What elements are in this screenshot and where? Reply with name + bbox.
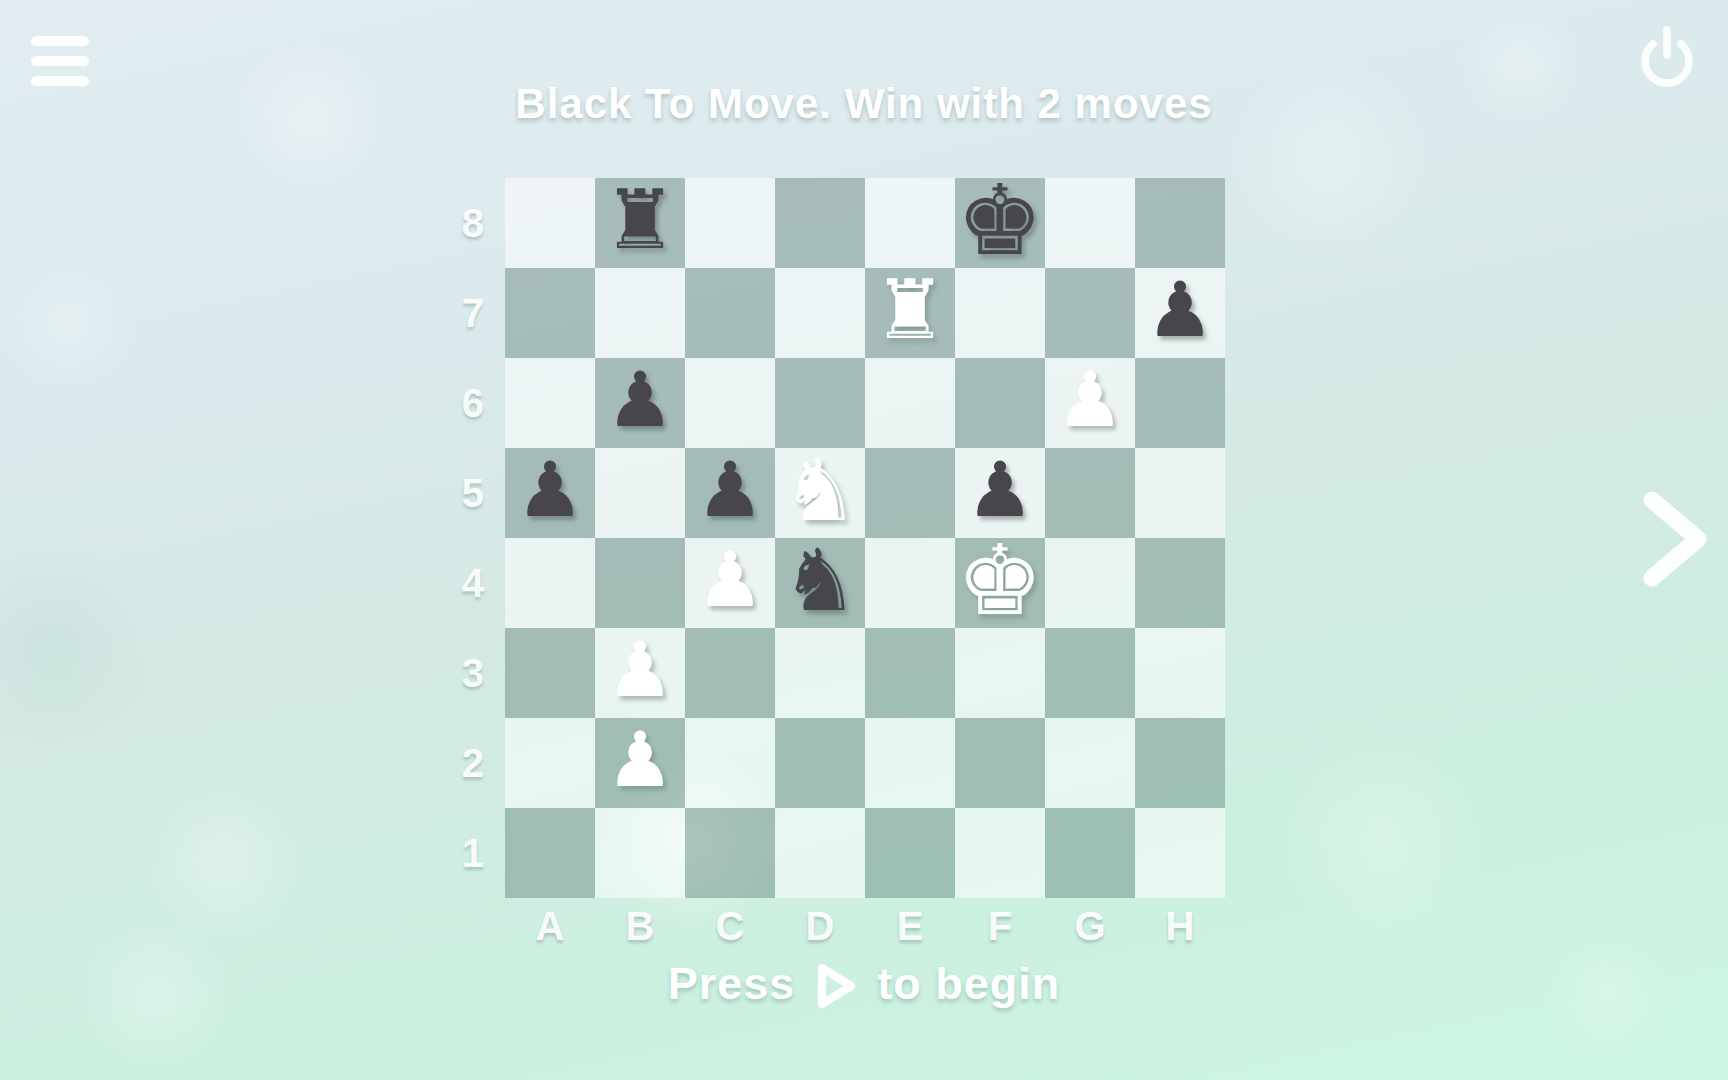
black-pawn-f5[interactable]: ♟ [966, 452, 1034, 528]
square-h4[interactable] [1135, 538, 1225, 628]
square-g2[interactable] [1045, 718, 1135, 808]
begin-hint: Press to begin [0, 958, 1728, 1010]
square-e6[interactable] [865, 358, 955, 448]
square-e5[interactable] [865, 448, 955, 538]
square-f3[interactable] [955, 628, 1045, 718]
rank-label-4: 4 [414, 538, 484, 628]
black-knight-d4[interactable]: ♞ [781, 537, 858, 623]
square-g6[interactable]: ♟ [1045, 358, 1135, 448]
black-pawn-a5[interactable]: ♟ [516, 452, 584, 528]
rank-label-7: 7 [414, 268, 484, 358]
white-pawn-g6[interactable]: ♟ [1056, 362, 1124, 438]
square-c4[interactable]: ♟ [685, 538, 775, 628]
rank-label-1: 1 [414, 808, 484, 898]
rank-label-2: 2 [414, 718, 484, 808]
black-king-f8[interactable]: ♚ [957, 172, 1044, 269]
square-b1[interactable] [595, 808, 685, 898]
file-label-d: D [775, 898, 865, 954]
hint-suffix: to begin [877, 958, 1060, 1010]
square-f2[interactable] [955, 718, 1045, 808]
square-h8[interactable] [1135, 178, 1225, 268]
hamburger-icon [31, 36, 89, 46]
square-f4[interactable]: ♚ [955, 538, 1045, 628]
square-h3[interactable] [1135, 628, 1225, 718]
puzzle-title: Black To Move. Win with 2 moves [0, 80, 1728, 128]
square-c3[interactable] [685, 628, 775, 718]
black-pawn-h7[interactable]: ♟ [1146, 272, 1214, 348]
rank-label-8: 8 [414, 178, 484, 268]
square-h5[interactable] [1135, 448, 1225, 538]
hint-prefix: Press [668, 958, 796, 1010]
square-b5[interactable] [595, 448, 685, 538]
square-g5[interactable] [1045, 448, 1135, 538]
square-a2[interactable] [505, 718, 595, 808]
square-a7[interactable] [505, 268, 595, 358]
file-label-c: C [685, 898, 775, 954]
square-b6[interactable]: ♟ [595, 358, 685, 448]
file-label-b: B [595, 898, 685, 954]
square-e2[interactable] [865, 718, 955, 808]
rank-label-6: 6 [414, 358, 484, 448]
square-g3[interactable] [1045, 628, 1135, 718]
rank-labels: 87654321 [414, 178, 484, 898]
square-c8[interactable] [685, 178, 775, 268]
white-rook-e7[interactable]: ♜ [873, 269, 947, 351]
square-e3[interactable] [865, 628, 955, 718]
square-g8[interactable] [1045, 178, 1135, 268]
square-d7[interactable] [775, 268, 865, 358]
black-pawn-b6[interactable]: ♟ [606, 362, 674, 438]
chess-board: ♜♚♜♟♟♟♟♟♞♟♟♞♚♟♟ [505, 178, 1225, 898]
square-h1[interactable] [1135, 808, 1225, 898]
chevron-right-icon [1640, 490, 1714, 588]
square-f1[interactable] [955, 808, 1045, 898]
file-label-a: A [505, 898, 595, 954]
white-pawn-b2[interactable]: ♟ [606, 722, 674, 798]
square-c6[interactable] [685, 358, 775, 448]
square-c5[interactable]: ♟ [685, 448, 775, 538]
next-button[interactable] [1640, 490, 1714, 588]
square-a8[interactable] [505, 178, 595, 268]
black-pawn-c5[interactable]: ♟ [696, 452, 764, 528]
square-b7[interactable] [595, 268, 685, 358]
square-d1[interactable] [775, 808, 865, 898]
square-e4[interactable] [865, 538, 955, 628]
game-screen: Black To Move. Win with 2 moves 87654321… [0, 0, 1728, 1080]
file-label-f: F [955, 898, 1045, 954]
square-d4[interactable]: ♞ [775, 538, 865, 628]
square-g1[interactable] [1045, 808, 1135, 898]
square-a1[interactable] [505, 808, 595, 898]
rank-label-3: 3 [414, 628, 484, 718]
white-pawn-c4[interactable]: ♟ [696, 542, 764, 618]
square-a4[interactable] [505, 538, 595, 628]
file-label-g: G [1045, 898, 1135, 954]
rank-label-5: 5 [414, 448, 484, 538]
square-b8[interactable]: ♜ [595, 178, 685, 268]
square-b3[interactable]: ♟ [595, 628, 685, 718]
square-g4[interactable] [1045, 538, 1135, 628]
menu-button[interactable] [31, 36, 89, 86]
square-a6[interactable] [505, 358, 595, 448]
play-outline-icon [813, 960, 859, 1012]
white-king-f4[interactable]: ♚ [957, 532, 1044, 629]
square-c2[interactable] [685, 718, 775, 808]
file-labels: ABCDEFGH [505, 898, 1225, 954]
black-rook-b8[interactable]: ♜ [603, 179, 677, 261]
square-d8[interactable] [775, 178, 865, 268]
square-d2[interactable] [775, 718, 865, 808]
square-b4[interactable] [595, 538, 685, 628]
square-g7[interactable] [1045, 268, 1135, 358]
square-e7[interactable]: ♜ [865, 268, 955, 358]
square-h6[interactable] [1135, 358, 1225, 448]
square-d3[interactable] [775, 628, 865, 718]
white-pawn-b3[interactable]: ♟ [606, 632, 674, 708]
hamburger-icon [31, 56, 89, 66]
square-a5[interactable]: ♟ [505, 448, 595, 538]
square-d6[interactable] [775, 358, 865, 448]
file-label-h: H [1135, 898, 1225, 954]
square-e8[interactable] [865, 178, 955, 268]
square-f8[interactable]: ♚ [955, 178, 1045, 268]
square-h2[interactable] [1135, 718, 1225, 808]
white-knight-d5[interactable]: ♞ [781, 447, 858, 533]
file-label-e: E [865, 898, 955, 954]
square-h7[interactable]: ♟ [1135, 268, 1225, 358]
square-f6[interactable] [955, 358, 1045, 448]
square-d5[interactable]: ♞ [775, 448, 865, 538]
square-c1[interactable] [685, 808, 775, 898]
square-e1[interactable] [865, 808, 955, 898]
square-c7[interactable] [685, 268, 775, 358]
square-b2[interactable]: ♟ [595, 718, 685, 808]
square-a3[interactable] [505, 628, 595, 718]
square-f7[interactable] [955, 268, 1045, 358]
